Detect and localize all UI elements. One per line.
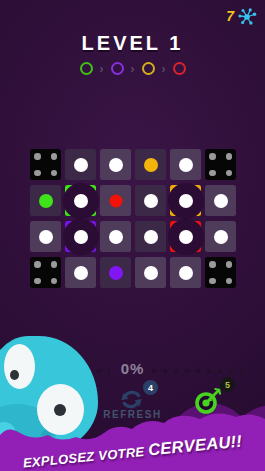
dot-red [109,194,122,207]
chevron-right-icon: › [131,63,135,75]
board-cell-r3c2[interactable] [65,221,96,252]
dot-white [74,230,88,244]
board-cell-r4c6[interactable] [205,257,236,288]
dot-white [214,194,228,208]
board-cell-r4c5[interactable] [170,257,201,288]
dot-white [179,194,193,208]
board-cell-r2c2[interactable] [65,185,96,216]
dot-white [214,230,228,244]
moves-counter: 7 [226,5,259,27]
board-cell-r2c6[interactable] [205,185,236,216]
board-cell-r2c5[interactable] [170,185,201,216]
sequence-ring-red [173,62,186,75]
dot-white [74,194,88,208]
corner-peg [51,170,58,177]
dot-white [179,158,193,172]
dot-white [39,230,53,244]
board-cell-r1c1[interactable] [30,149,61,180]
board-cell-r3c1[interactable] [30,221,61,252]
board-cell-r4c4[interactable] [135,257,166,288]
corner-peg [34,261,41,268]
board-cell-r2c1[interactable] [30,185,61,216]
board-cell-r1c6[interactable] [205,149,236,180]
dot-violet [109,266,123,280]
board-cell-r4c1[interactable] [30,257,61,288]
corner-peg [209,278,216,285]
board-cell-r4c3[interactable] [100,257,131,288]
board-cell-r3c4[interactable] [135,221,166,252]
moves-count: 7 [226,8,234,24]
board-cell-r3c5[interactable] [170,221,201,252]
corner-peg [51,261,58,268]
corner-peg [226,170,233,177]
board-cell-r2c3[interactable] [100,185,131,216]
board-cell-r4c2[interactable] [65,257,96,288]
page-title: LEVEL 1 [0,32,265,55]
sequence-ring-green [80,62,93,75]
corner-peg [209,170,216,177]
chevron-right-icon: › [100,63,104,75]
dot-white [74,158,88,172]
dot-white [179,266,193,280]
board-cell-r1c2[interactable] [65,149,96,180]
corner-peg [34,153,41,160]
dot-yellow [144,158,158,172]
sequence-ring-purple [111,62,124,75]
dot-white [74,266,88,280]
chevron-right-icon: › [162,63,166,75]
dot-white [144,230,158,244]
dot-white [109,158,123,172]
dot-white [144,266,158,280]
mascot-pupil-left [10,370,19,380]
dot-white [109,230,123,244]
corner-peg [34,170,41,177]
target-count-badge: 5 [220,377,235,392]
dot-green [39,194,53,208]
refresh-count-badge: 4 [143,380,158,395]
corner-peg [209,153,216,160]
game-screen: 7 LEVEL 1 ››› 0% [0,0,265,471]
corner-peg [226,278,233,285]
corner-peg [209,261,216,268]
corner-peg [226,261,233,268]
dot-white [179,230,193,244]
board-cell-r3c3[interactable] [100,221,131,252]
board-cell-r3c6[interactable] [205,221,236,252]
board-cell-r2c4[interactable] [135,185,166,216]
mascot-eye-left [4,344,35,389]
board-cell-r1c3[interactable] [100,149,131,180]
board-cell-r1c5[interactable] [170,149,201,180]
burst-icon [237,5,259,27]
dot-white [144,194,158,208]
corner-peg [226,153,233,160]
level-sequence: ››› [0,62,265,75]
sequence-ring-yellow [142,62,155,75]
corner-peg [34,278,41,285]
corner-peg [51,153,58,160]
board [30,149,236,288]
corner-peg [51,278,58,285]
board-cell-r1c4[interactable] [135,149,166,180]
